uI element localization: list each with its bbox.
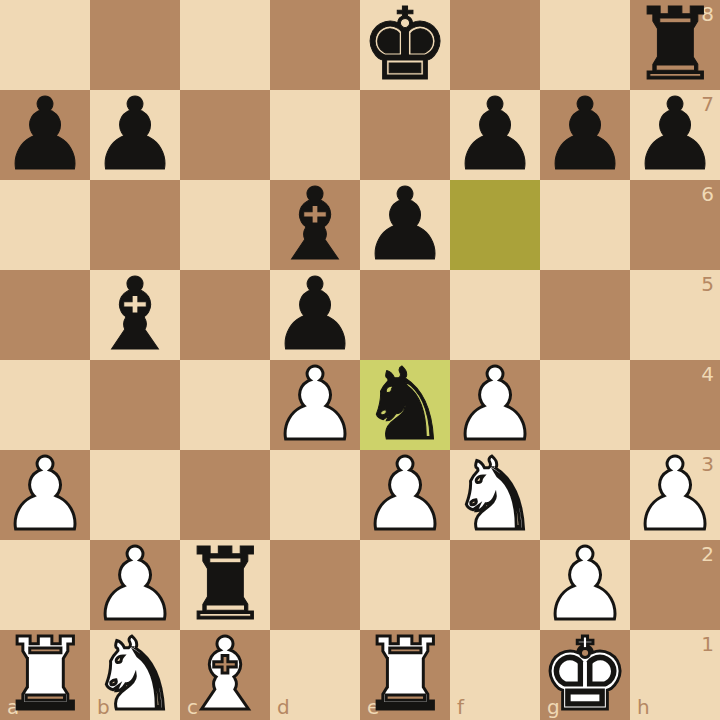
square-g6[interactable]: [540, 180, 630, 270]
square-c6[interactable]: [180, 180, 270, 270]
square-e3[interactable]: ♟: [360, 450, 450, 540]
chess-board: ♚8♜♟♟♟♟7♟♝♟6♝♟5♟♞♟4♟♟♞3♟♟♜♟2a♜b♞c♝de♜fg♚…: [0, 0, 720, 720]
black-pawn[interactable]: ♟: [0, 85, 90, 185]
square-e8[interactable]: ♚: [360, 0, 450, 90]
white-rook[interactable]: ♜: [0, 625, 90, 720]
square-h2[interactable]: 2: [630, 540, 720, 630]
square-e6[interactable]: ♟: [360, 180, 450, 270]
black-pawn[interactable]: ♟: [630, 85, 720, 185]
square-e1[interactable]: e♜: [360, 630, 450, 720]
file-label-h: h: [637, 697, 650, 717]
square-d3[interactable]: [270, 450, 360, 540]
square-c1[interactable]: c♝: [180, 630, 270, 720]
rank-label-5: 5: [701, 274, 714, 294]
square-a1[interactable]: a♜: [0, 630, 90, 720]
square-h5[interactable]: 5: [630, 270, 720, 360]
white-rook[interactable]: ♜: [360, 625, 450, 720]
square-b1[interactable]: b♞: [90, 630, 180, 720]
black-pawn[interactable]: ♟: [90, 85, 180, 185]
rank-label-1: 1: [701, 634, 714, 654]
white-pawn[interactable]: ♟: [270, 355, 360, 455]
square-f1[interactable]: f: [450, 630, 540, 720]
square-a7[interactable]: ♟: [0, 90, 90, 180]
square-h6[interactable]: 6: [630, 180, 720, 270]
square-d8[interactable]: [270, 0, 360, 90]
square-a6[interactable]: [0, 180, 90, 270]
square-c5[interactable]: [180, 270, 270, 360]
square-f3[interactable]: ♞: [450, 450, 540, 540]
white-knight[interactable]: ♞: [450, 445, 540, 545]
square-d2[interactable]: [270, 540, 360, 630]
square-b4[interactable]: [90, 360, 180, 450]
square-a5[interactable]: [0, 270, 90, 360]
rank-label-4: 4: [701, 364, 714, 384]
square-g7[interactable]: ♟: [540, 90, 630, 180]
square-f2[interactable]: [450, 540, 540, 630]
white-king[interactable]: ♚: [540, 625, 630, 720]
square-g5[interactable]: [540, 270, 630, 360]
square-c4[interactable]: [180, 360, 270, 450]
square-f6[interactable]: [450, 180, 540, 270]
black-pawn[interactable]: ♟: [360, 175, 450, 275]
square-h7[interactable]: 7♟: [630, 90, 720, 180]
square-h3[interactable]: 3♟: [630, 450, 720, 540]
square-b5[interactable]: ♝: [90, 270, 180, 360]
square-d1[interactable]: d: [270, 630, 360, 720]
white-pawn[interactable]: ♟: [360, 445, 450, 545]
square-d4[interactable]: ♟: [270, 360, 360, 450]
square-h1[interactable]: 1h: [630, 630, 720, 720]
white-bishop[interactable]: ♝: [180, 625, 270, 720]
file-label-d: d: [277, 697, 290, 717]
white-pawn[interactable]: ♟: [630, 445, 720, 545]
black-pawn[interactable]: ♟: [450, 85, 540, 185]
square-f7[interactable]: ♟: [450, 90, 540, 180]
square-g4[interactable]: [540, 360, 630, 450]
square-a3[interactable]: ♟: [0, 450, 90, 540]
square-g1[interactable]: g♚: [540, 630, 630, 720]
square-c7[interactable]: [180, 90, 270, 180]
black-king[interactable]: ♚: [360, 0, 450, 95]
file-label-f: f: [457, 697, 464, 717]
white-pawn[interactable]: ♟: [0, 445, 90, 545]
black-bishop[interactable]: ♝: [90, 265, 180, 365]
white-knight[interactable]: ♞: [90, 625, 180, 720]
square-b7[interactable]: ♟: [90, 90, 180, 180]
square-c8[interactable]: [180, 0, 270, 90]
black-pawn[interactable]: ♟: [540, 85, 630, 185]
